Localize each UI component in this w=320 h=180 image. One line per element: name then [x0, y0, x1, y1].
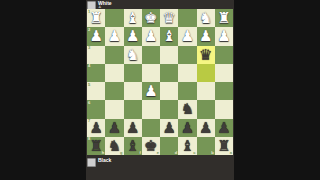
square-b1[interactable]: ♞	[197, 9, 215, 27]
square-d8[interactable]: d	[160, 137, 178, 155]
square-f6[interactable]	[124, 100, 142, 118]
piece-black-pawn: ♟	[87, 119, 105, 137]
square-b2[interactable]: ♟	[197, 27, 215, 45]
square-h6[interactable]: 6	[87, 100, 105, 118]
square-e4[interactable]	[142, 64, 160, 82]
square-a8[interactable]: a♜	[215, 137, 233, 155]
file-label-b: b	[211, 151, 213, 155]
piece-black-pawn: ♟	[178, 119, 196, 137]
square-b5[interactable]	[197, 82, 215, 100]
piece-white-pawn: ♟	[87, 27, 105, 45]
piece-white-queen: ♛	[160, 9, 178, 27]
square-a4[interactable]	[215, 64, 233, 82]
black-player-avatar[interactable]	[87, 158, 96, 167]
square-d2[interactable]: ♝	[160, 27, 178, 45]
square-b8[interactable]: b	[197, 137, 215, 155]
square-c3[interactable]	[178, 46, 196, 64]
square-e7[interactable]	[142, 119, 160, 137]
square-e2[interactable]: ♟	[142, 27, 160, 45]
square-a7[interactable]: ♟	[215, 119, 233, 137]
square-g8[interactable]: g♞	[105, 137, 123, 155]
piece-white-pawn: ♟	[197, 27, 215, 45]
square-g1[interactable]	[105, 9, 123, 27]
square-c4[interactable]	[178, 64, 196, 82]
square-b4[interactable]	[197, 64, 215, 82]
square-c2[interactable]: ♟	[178, 27, 196, 45]
square-h2[interactable]: 2♟	[87, 27, 105, 45]
square-e5[interactable]: ♟	[142, 82, 160, 100]
piece-white-knight: ♞	[124, 46, 142, 64]
piece-black-pawn: ♟	[160, 119, 178, 137]
square-a2[interactable]: ♟	[215, 27, 233, 45]
square-g6[interactable]	[105, 100, 123, 118]
piece-white-rook: ♜	[87, 9, 105, 27]
square-h7[interactable]: 7♟	[87, 119, 105, 137]
square-d7[interactable]: ♟	[160, 119, 178, 137]
square-d3[interactable]	[160, 46, 178, 64]
rank-label-6: 6	[88, 101, 90, 105]
square-g2[interactable]: ♟	[105, 27, 123, 45]
piece-black-bishop: ♝	[178, 137, 196, 155]
square-f3[interactable]: ♞	[124, 46, 142, 64]
square-f2[interactable]: ♟	[124, 27, 142, 45]
piece-white-pawn: ♟	[142, 82, 160, 100]
rank-label-4: 4	[88, 64, 90, 68]
piece-white-knight: ♞	[197, 9, 215, 27]
square-f8[interactable]: f♝	[124, 137, 142, 155]
square-h5[interactable]: 5	[87, 82, 105, 100]
square-a3[interactable]	[215, 46, 233, 64]
piece-black-pawn: ♟	[124, 119, 142, 137]
file-label-d: d	[175, 151, 177, 155]
top-player-bar: White ♟	[86, 0, 234, 9]
piece-black-rook: ♜	[215, 137, 233, 155]
square-h4[interactable]: 4	[87, 64, 105, 82]
square-g5[interactable]	[105, 82, 123, 100]
bottom-player-bar: Black	[86, 157, 234, 166]
square-c7[interactable]: ♟	[178, 119, 196, 137]
chess-app-strip: White ♟ 1♜♝♚♛♞♜2♟♟♟♟♝♟♟♟3♞♛45♟6♞7♟♟♟♟♟♟♟…	[86, 0, 234, 180]
square-f7[interactable]: ♟	[124, 119, 142, 137]
square-b6[interactable]	[197, 100, 215, 118]
piece-white-pawn: ♟	[142, 27, 160, 45]
piece-white-bishop: ♝	[160, 27, 178, 45]
square-e3[interactable]	[142, 46, 160, 64]
piece-white-king: ♚	[142, 9, 160, 27]
piece-black-pawn: ♟	[197, 119, 215, 137]
chess-board[interactable]: 1♜♝♚♛♞♜2♟♟♟♟♝♟♟♟3♞♛45♟6♞7♟♟♟♟♟♟♟8h♜g♞f♝e…	[87, 9, 233, 155]
piece-black-bishop: ♝	[124, 137, 142, 155]
piece-white-pawn: ♟	[105, 27, 123, 45]
square-d1[interactable]: ♛	[160, 9, 178, 27]
square-f4[interactable]	[124, 64, 142, 82]
piece-black-knight: ♞	[105, 137, 123, 155]
piece-white-rook: ♜	[215, 9, 233, 27]
square-c1[interactable]	[178, 9, 196, 27]
square-a1[interactable]: ♜	[215, 9, 233, 27]
square-b7[interactable]: ♟	[197, 119, 215, 137]
piece-black-king: ♚	[142, 137, 160, 155]
square-b3[interactable]: ♛	[197, 46, 215, 64]
piece-black-pawn: ♟	[215, 119, 233, 137]
rank-label-3: 3	[88, 46, 90, 50]
square-c8[interactable]: c♝	[178, 137, 196, 155]
square-h3[interactable]: 3	[87, 46, 105, 64]
piece-black-rook: ♜	[87, 137, 105, 155]
square-e8[interactable]: e♚	[142, 137, 160, 155]
piece-black-knight: ♞	[178, 100, 196, 118]
piece-white-pawn: ♟	[124, 27, 142, 45]
rank-label-5: 5	[88, 83, 90, 87]
square-d5[interactable]	[160, 82, 178, 100]
square-c6[interactable]: ♞	[178, 100, 196, 118]
black-player-name: Black	[98, 158, 111, 162]
square-h8[interactable]: 8h♜	[87, 137, 105, 155]
square-e6[interactable]	[142, 100, 160, 118]
square-d4[interactable]	[160, 64, 178, 82]
piece-white-bishop: ♝	[124, 9, 142, 27]
piece-black-queen: ♛	[197, 46, 215, 64]
piece-white-pawn: ♟	[178, 27, 196, 45]
square-g7[interactable]: ♟	[105, 119, 123, 137]
square-g3[interactable]	[105, 46, 123, 64]
square-e1[interactable]: ♚	[142, 9, 160, 27]
square-a6[interactable]	[215, 100, 233, 118]
square-g4[interactable]	[105, 64, 123, 82]
square-f1[interactable]: ♝	[124, 9, 142, 27]
square-a5[interactable]	[215, 82, 233, 100]
piece-black-pawn: ♟	[105, 119, 123, 137]
video-frame: White ♟ 1♜♝♚♛♞♜2♟♟♟♟♝♟♟♟3♞♛45♟6♞7♟♟♟♟♟♟♟…	[0, 0, 320, 180]
square-c5[interactable]	[178, 82, 196, 100]
square-d6[interactable]	[160, 100, 178, 118]
square-f5[interactable]	[124, 82, 142, 100]
piece-white-pawn: ♟	[215, 27, 233, 45]
square-h1[interactable]: 1♜	[87, 9, 105, 27]
